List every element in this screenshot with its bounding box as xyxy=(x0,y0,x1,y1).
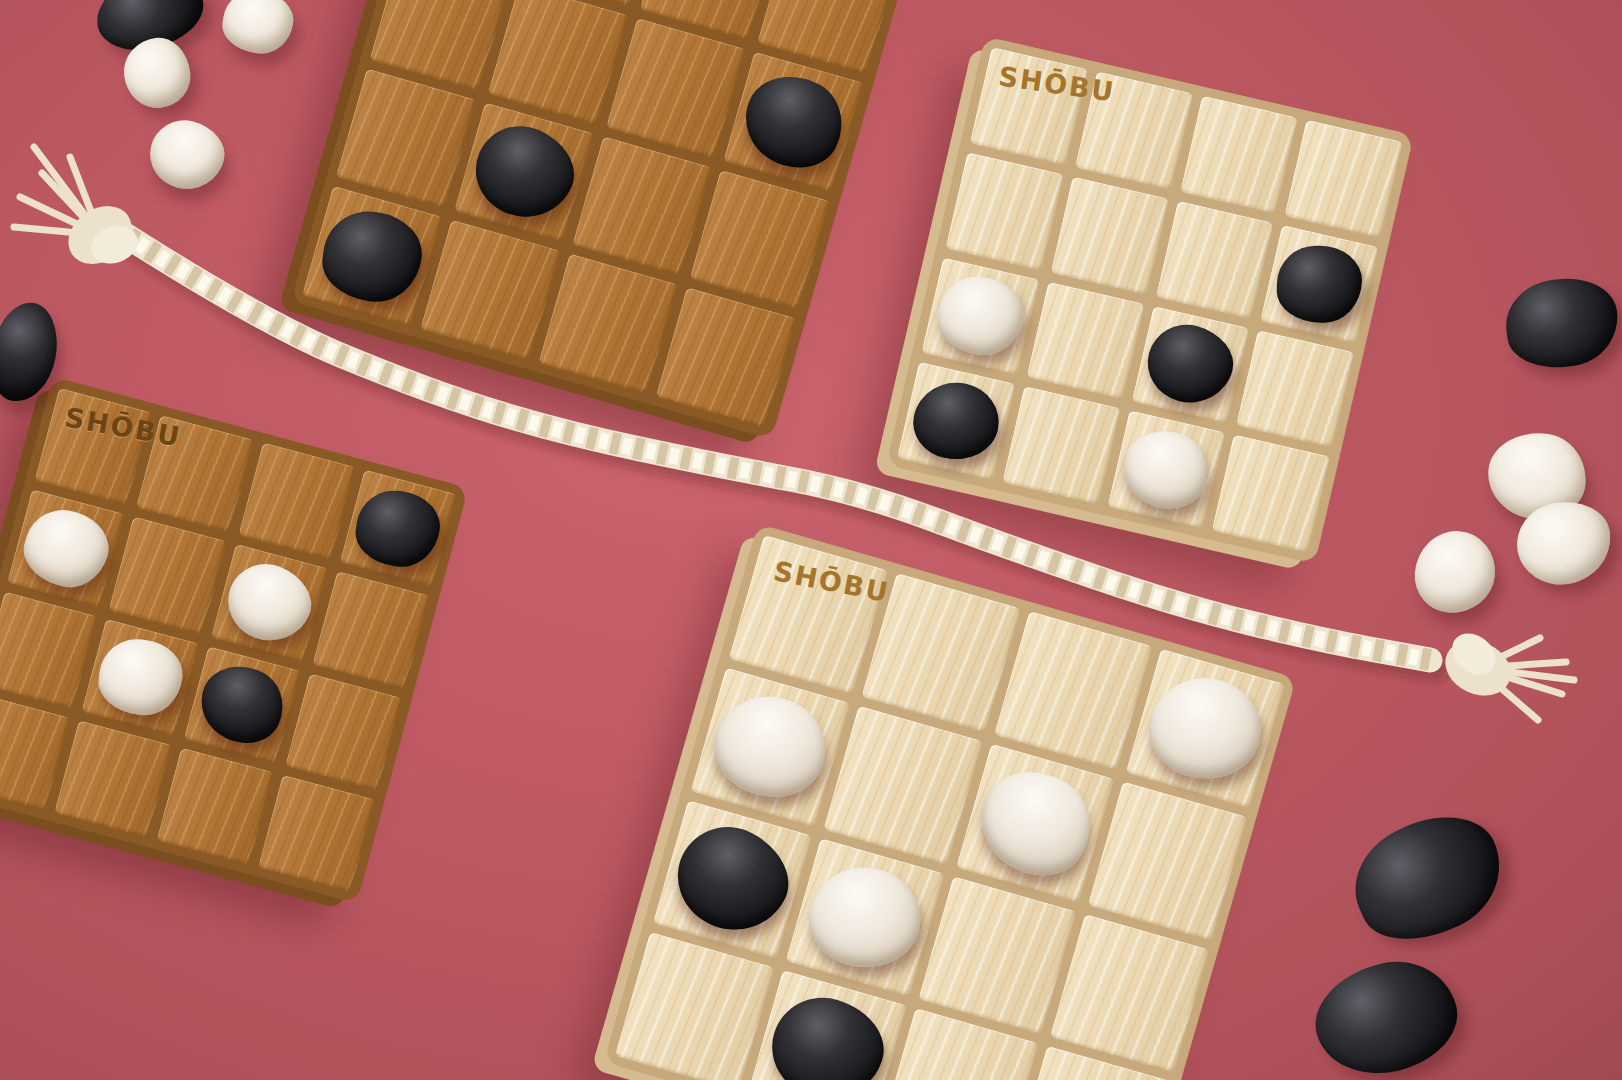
cell-top-left-r4c2[interactable] xyxy=(420,220,561,361)
cell-bottom-center-r4c1[interactable] xyxy=(615,932,774,1080)
cell-top-left-r4c4[interactable] xyxy=(656,287,797,428)
cell-bottom-center-r3c4[interactable] xyxy=(1050,914,1209,1073)
cell-top-right-r2c1[interactable] xyxy=(945,152,1063,270)
cell-top-right-r4c4[interactable] xyxy=(1212,435,1330,553)
loose-black-stone-10[interactable] xyxy=(1337,796,1520,959)
cell-top-left-r2c3[interactable] xyxy=(606,18,747,159)
cell-bottom-left-r3c4[interactable] xyxy=(285,673,403,791)
cell-top-right-r1c4[interactable] xyxy=(1285,120,1403,238)
cell-bottom-left-r1c3[interactable] xyxy=(238,442,356,560)
white-stone-top-right-r4c3[interactable] xyxy=(1114,420,1218,518)
cell-top-right-r3c3[interactable] xyxy=(1131,305,1249,423)
cell-top-right-r2c4[interactable] xyxy=(1260,225,1378,343)
loose-black-stone-6[interactable] xyxy=(1500,272,1622,375)
cell-bottom-center-r1c2[interactable] xyxy=(861,573,1020,732)
loose-black-stone-11[interactable] xyxy=(1304,948,1468,1080)
cell-bottom-center-r1c3[interactable] xyxy=(994,611,1153,770)
white-stone-bottom-center-r2c1[interactable] xyxy=(699,678,842,816)
cell-bottom-left-r1c2[interactable] xyxy=(136,415,254,533)
board-bottom-center: SHŌBU xyxy=(604,524,1297,1080)
cell-top-right-r3c1[interactable] xyxy=(921,257,1039,375)
cell-bottom-center-r2c4[interactable] xyxy=(1088,781,1247,940)
white-stone-top-right-r3c1[interactable] xyxy=(932,271,1029,362)
cell-bottom-left-r2c4[interactable] xyxy=(312,571,430,689)
cell-bottom-left-r1c1[interactable] xyxy=(34,388,152,506)
white-stone-bottom-left-r2c3[interactable] xyxy=(217,552,322,653)
cell-top-right-r2c3[interactable] xyxy=(1155,200,1273,318)
cell-top-right-r3c2[interactable] xyxy=(1026,281,1144,399)
rope-knot-right xyxy=(1436,625,1574,720)
cell-top-right-r1c2[interactable] xyxy=(1075,71,1193,189)
black-stone-bottom-center-r4c2[interactable] xyxy=(759,985,894,1080)
cell-top-left-r2c4[interactable] xyxy=(724,51,865,192)
black-stone-bottom-left-r3c3[interactable] xyxy=(189,653,295,755)
cell-top-left-r2c2[interactable] xyxy=(488,0,629,124)
cell-bottom-center-r3c1[interactable] xyxy=(653,800,812,959)
cell-top-left-r3c1[interactable] xyxy=(336,68,477,209)
board-top-right: SHŌBU xyxy=(886,36,1414,564)
black-stone-top-right-r4c1[interactable] xyxy=(907,375,1006,468)
cell-bottom-left-r1c4[interactable] xyxy=(339,469,457,587)
white-stone-bottom-center-r1c4[interactable] xyxy=(1139,665,1273,792)
loose-white-stone-2[interactable] xyxy=(219,0,297,58)
cell-bottom-left-r4c3[interactable] xyxy=(156,747,274,865)
cell-top-right-r2c2[interactable] xyxy=(1050,176,1168,294)
black-stone-bottom-left-r1c4[interactable] xyxy=(352,485,444,571)
cell-top-right-r4c2[interactable] xyxy=(1002,386,1120,504)
black-stone-top-left-r3c2[interactable] xyxy=(462,112,587,232)
black-stone-top-right-r3c3[interactable] xyxy=(1139,316,1241,412)
cell-top-left-r3c3[interactable] xyxy=(572,136,713,277)
white-stone-bottom-center-r2c3[interactable] xyxy=(962,752,1108,894)
white-stone-bottom-left-r3c2[interactable] xyxy=(95,635,186,720)
cell-top-right-r4c1[interactable] xyxy=(897,362,1015,480)
black-stone-bottom-center-r3c1[interactable] xyxy=(660,809,804,949)
cell-top-left-r4c3[interactable] xyxy=(538,254,679,395)
cell-top-left-r3c2[interactable] xyxy=(454,102,595,243)
cell-bottom-left-r4c4[interactable] xyxy=(258,774,376,892)
cell-bottom-left-r3c3[interactable] xyxy=(183,646,301,764)
black-stone-top-left-r2c4[interactable] xyxy=(731,60,858,183)
cell-bottom-center-r1c1[interactable] xyxy=(729,535,888,694)
cell-bottom-left-r2c2[interactable] xyxy=(109,517,227,635)
cell-top-right-r1c1[interactable] xyxy=(970,47,1088,165)
loose-white-stone-4[interactable] xyxy=(143,113,231,197)
black-stone-top-left-r4c1[interactable] xyxy=(318,206,427,307)
white-stone-bottom-left-r2c1[interactable] xyxy=(16,500,117,596)
cell-top-left-r4c1[interactable] xyxy=(302,186,443,327)
cell-bottom-center-r2c2[interactable] xyxy=(823,705,982,864)
cell-bottom-center-r2c3[interactable] xyxy=(956,743,1115,902)
board-bottom-left: SHŌBU xyxy=(0,377,468,904)
cell-top-right-r1c3[interactable] xyxy=(1180,95,1298,213)
loose-white-stone-9[interactable] xyxy=(1412,528,1498,615)
cell-top-right-r3c4[interactable] xyxy=(1236,330,1354,448)
cell-bottom-center-r3c2[interactable] xyxy=(785,838,944,997)
cell-bottom-left-r2c3[interactable] xyxy=(211,544,329,662)
cell-top-left-r3c4[interactable] xyxy=(690,169,831,310)
cell-bottom-left-r2c1[interactable] xyxy=(7,489,125,607)
cell-bottom-left-r4c2[interactable] xyxy=(54,720,172,838)
black-stone-top-right-r2c4[interactable] xyxy=(1276,245,1362,323)
cell-bottom-left-r3c2[interactable] xyxy=(82,618,200,736)
photo-scene: SHŌBUSHŌBUSHŌBU xyxy=(0,0,1622,1080)
white-stone-bottom-center-r3c2[interactable] xyxy=(798,854,931,980)
cell-bottom-center-r3c3[interactable] xyxy=(918,876,1077,1035)
cell-bottom-center-r2c1[interactable] xyxy=(691,667,850,826)
rope-knot-left xyxy=(14,147,143,276)
board-top-left xyxy=(291,0,909,439)
cell-top-right-r4c3[interactable] xyxy=(1107,410,1225,528)
cell-bottom-center-r1c4[interactable] xyxy=(1126,649,1285,808)
cell-bottom-left-r3c1[interactable] xyxy=(0,591,98,709)
